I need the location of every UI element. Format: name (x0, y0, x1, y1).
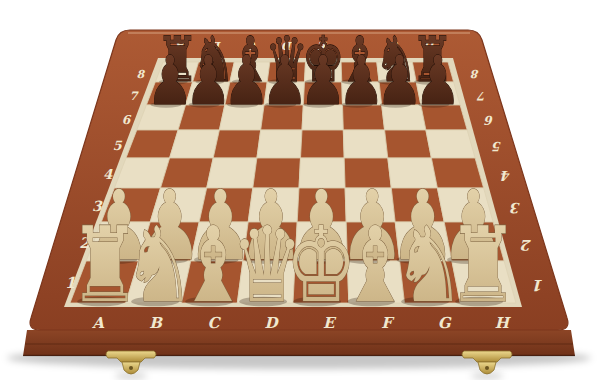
piece-black-pawn-h7[interactable]: ♟ (414, 41, 461, 119)
rank-label-right-5: 5 (492, 139, 502, 154)
rank-label-left-8: 8 (137, 68, 146, 81)
square-f5[interactable] (343, 130, 388, 158)
chess-board: ABCDEFGHABCDEFGH8877665544332211♜♞♝♛♚♝♞♜… (0, 0, 600, 380)
rank-label-right-1: 1 (533, 276, 544, 294)
rank-label-left-5: 5 (113, 138, 123, 153)
square-b5[interactable] (170, 130, 220, 158)
piece-white-rook-h1[interactable]: ♜ (447, 204, 519, 325)
rank-label-right-8: 8 (470, 67, 479, 80)
square-h5[interactable] (426, 130, 475, 158)
chess-set-photo: ABCDEFGHABCDEFGH8877665544332211♜♞♝♛♚♝♞♜… (0, 0, 600, 380)
square-e5[interactable] (301, 130, 345, 158)
square-g5[interactable] (385, 130, 432, 158)
square-d5[interactable] (257, 130, 302, 158)
square-c5[interactable] (213, 130, 261, 158)
